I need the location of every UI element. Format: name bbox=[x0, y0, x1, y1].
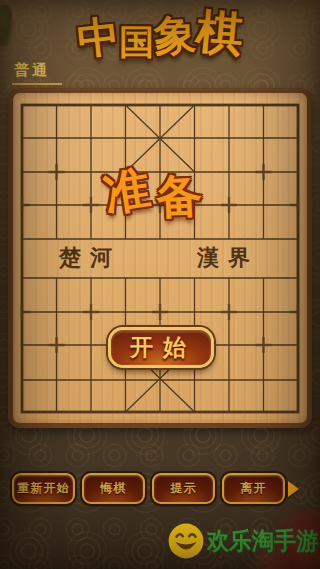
hint-button[interactable]: 提示 bbox=[152, 473, 215, 504]
difficulty-mode-label[interactable]: 普通 bbox=[12, 61, 62, 85]
leave-button[interactable]: 离开 bbox=[222, 473, 285, 504]
river-label-han: 漢界 bbox=[197, 243, 259, 273]
undo-move-button[interactable]: 悔棋 bbox=[82, 473, 145, 504]
river-label-chu: 楚河 bbox=[59, 243, 121, 273]
page-title: 中国象棋 bbox=[0, 4, 320, 66]
watermark: 欢乐淘手游 bbox=[167, 522, 320, 560]
more-buttons-arrow-icon[interactable] bbox=[288, 481, 299, 497]
status-overlay-ready: 准备 bbox=[0, 161, 306, 223]
start-button[interactable]: 开始 bbox=[108, 327, 214, 368]
smiley-face-icon bbox=[167, 522, 205, 560]
xiangqi-board[interactable]: 楚河 漢界 bbox=[8, 88, 312, 428]
watermark-text: 欢乐淘手游 bbox=[207, 525, 319, 557]
bottom-toolbar: 重新开始 悔棋 提示 离开 bbox=[12, 473, 285, 504]
restart-button[interactable]: 重新开始 bbox=[12, 473, 75, 504]
board-grid bbox=[13, 93, 307, 423]
xiangqi-app: 中国象棋 普通 bbox=[0, 0, 320, 569]
